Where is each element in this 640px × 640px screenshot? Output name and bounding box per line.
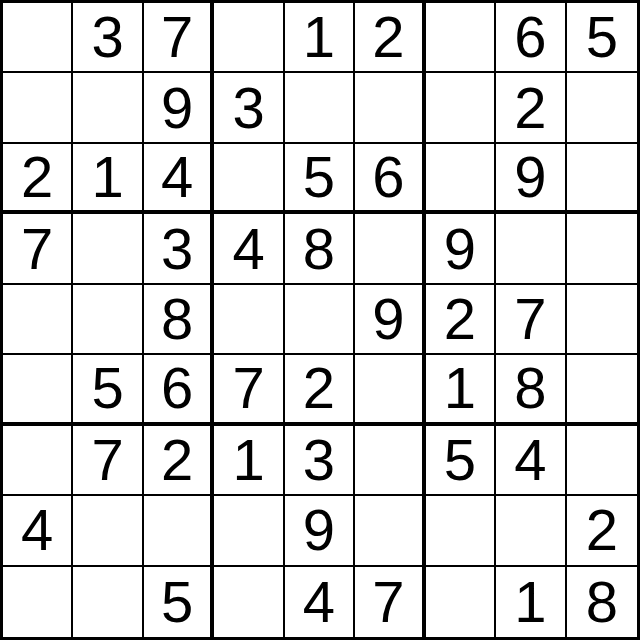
- cell-r1c8-given: 6: [496, 3, 566, 73]
- cell-r3c8-given: 9: [496, 144, 566, 214]
- cell-r7c3-given: 2: [144, 426, 214, 496]
- cell-r1c2-given: 3: [73, 3, 143, 73]
- cell-r2c3-given: 9: [144, 73, 214, 143]
- cell-r3c5-given: 5: [285, 144, 355, 214]
- cell-r6c3-given: 6: [144, 355, 214, 425]
- cell-r3c3-given: 4: [144, 144, 214, 214]
- cell-r2c2-empty[interactable]: [73, 73, 143, 143]
- cell-r8c1-given: 4: [3, 496, 73, 566]
- cell-r2c7-empty[interactable]: [426, 73, 496, 143]
- cell-r5c1-empty[interactable]: [3, 285, 73, 355]
- cell-r6c4-given: 7: [214, 355, 284, 425]
- cell-r8c2-empty[interactable]: [73, 496, 143, 566]
- cell-r2c1-empty[interactable]: [3, 73, 73, 143]
- cell-r8c9-given: 2: [567, 496, 637, 566]
- cell-r7c4-given: 1: [214, 426, 284, 496]
- cell-r9c8-given: 1: [496, 567, 566, 637]
- cell-r5c4-empty[interactable]: [214, 285, 284, 355]
- cell-r1c9-given: 5: [567, 3, 637, 73]
- cell-r3c4-empty[interactable]: [214, 144, 284, 214]
- cell-r5c3-given: 8: [144, 285, 214, 355]
- cell-r5c5-empty[interactable]: [285, 285, 355, 355]
- cell-r4c7-given: 9: [426, 214, 496, 284]
- cell-r1c4-empty[interactable]: [214, 3, 284, 73]
- cell-r9c2-empty[interactable]: [73, 567, 143, 637]
- cell-r3c7-empty[interactable]: [426, 144, 496, 214]
- cell-r6c9-empty[interactable]: [567, 355, 637, 425]
- cell-r5c2-empty[interactable]: [73, 285, 143, 355]
- cell-r2c5-empty[interactable]: [285, 73, 355, 143]
- cell-r6c8-given: 8: [496, 355, 566, 425]
- cell-r6c5-given: 2: [285, 355, 355, 425]
- cell-r4c1-given: 7: [3, 214, 73, 284]
- cell-r2c4-given: 3: [214, 73, 284, 143]
- cell-r1c7-empty[interactable]: [426, 3, 496, 73]
- cell-r7c1-empty[interactable]: [3, 426, 73, 496]
- cell-r3c9-empty[interactable]: [567, 144, 637, 214]
- cell-r1c6-given: 2: [355, 3, 425, 73]
- cell-r4c6-empty[interactable]: [355, 214, 425, 284]
- cell-r7c6-empty[interactable]: [355, 426, 425, 496]
- cell-r5c7-given: 2: [426, 285, 496, 355]
- cell-r7c7-given: 5: [426, 426, 496, 496]
- cell-r4c8-empty[interactable]: [496, 214, 566, 284]
- cell-r8c8-empty[interactable]: [496, 496, 566, 566]
- sudoku-board: 3712659322145697348989275672187213544925…: [0, 0, 640, 640]
- cell-r4c2-empty[interactable]: [73, 214, 143, 284]
- cell-r8c3-empty[interactable]: [144, 496, 214, 566]
- cell-r9c9-given: 8: [567, 567, 637, 637]
- cell-r6c7-given: 1: [426, 355, 496, 425]
- cell-r4c3-given: 3: [144, 214, 214, 284]
- cell-r5c9-empty[interactable]: [567, 285, 637, 355]
- cell-r4c5-given: 8: [285, 214, 355, 284]
- cell-r8c5-given: 9: [285, 496, 355, 566]
- cell-r2c8-given: 2: [496, 73, 566, 143]
- cell-r1c3-given: 7: [144, 3, 214, 73]
- cell-r3c6-given: 6: [355, 144, 425, 214]
- cell-r2c6-empty[interactable]: [355, 73, 425, 143]
- cell-r9c1-empty[interactable]: [3, 567, 73, 637]
- cell-r6c2-given: 5: [73, 355, 143, 425]
- cell-r3c1-given: 2: [3, 144, 73, 214]
- cell-r7c9-empty[interactable]: [567, 426, 637, 496]
- cell-r6c6-empty[interactable]: [355, 355, 425, 425]
- cell-r5c6-given: 9: [355, 285, 425, 355]
- cell-r8c6-empty[interactable]: [355, 496, 425, 566]
- cell-r5c8-given: 7: [496, 285, 566, 355]
- cell-r6c1-empty[interactable]: [3, 355, 73, 425]
- cell-r7c8-given: 4: [496, 426, 566, 496]
- cell-r3c2-given: 1: [73, 144, 143, 214]
- cell-r8c4-empty[interactable]: [214, 496, 284, 566]
- cell-r7c5-given: 3: [285, 426, 355, 496]
- cell-r9c6-given: 7: [355, 567, 425, 637]
- cell-r9c7-empty[interactable]: [426, 567, 496, 637]
- cell-r9c3-given: 5: [144, 567, 214, 637]
- cell-r2c9-empty[interactable]: [567, 73, 637, 143]
- cell-r1c5-given: 1: [285, 3, 355, 73]
- cell-r7c2-given: 7: [73, 426, 143, 496]
- cell-r1c1-empty[interactable]: [3, 3, 73, 73]
- cell-r4c4-given: 4: [214, 214, 284, 284]
- cell-r9c4-empty[interactable]: [214, 567, 284, 637]
- cell-r4c9-empty[interactable]: [567, 214, 637, 284]
- cell-r8c7-empty[interactable]: [426, 496, 496, 566]
- cell-r9c5-given: 4: [285, 567, 355, 637]
